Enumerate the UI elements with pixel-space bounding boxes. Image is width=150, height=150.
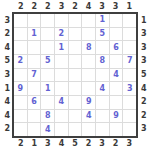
board-cell-r1c2[interactable] [28, 14, 41, 27]
left-clue-2: 2 [0, 28, 12, 42]
top-clue-1: 2 [14, 0, 28, 12]
puzzle-board: 112518625877491436498494 [12, 12, 138, 138]
top-clue-7: 3 [95, 0, 109, 12]
board-cell-r6c6[interactable] [82, 82, 95, 95]
board-cell-r2c3[interactable] [41, 28, 54, 41]
board-cell-r5c6[interactable] [82, 69, 95, 82]
board-cell-r9c9[interactable] [123, 123, 136, 136]
bottom-clue-9: 3 [122, 138, 136, 150]
right-clue-7: 2 [138, 95, 150, 109]
board-cell-r5c9[interactable] [123, 69, 136, 82]
board-cell-r4c3[interactable]: 5 [41, 55, 54, 68]
board-cell-r9c2[interactable] [28, 123, 41, 136]
corner-bottom-left [0, 138, 12, 150]
board-cell-r6c5[interactable] [69, 82, 82, 95]
top-clue-9: 1 [122, 0, 136, 12]
board-cell-r6c3[interactable]: 1 [41, 82, 54, 95]
top-clue-5: 2 [68, 0, 82, 12]
left-clue-6: 1 [0, 82, 12, 96]
board-cell-r1c7[interactable]: 1 [96, 14, 109, 27]
board-cell-r5c7[interactable] [96, 69, 109, 82]
left-clue-1: 3 [0, 14, 12, 28]
board-cell-r4c6[interactable] [82, 55, 95, 68]
board-cell-r8c3[interactable]: 8 [41, 110, 54, 123]
board-cell-r1c3[interactable] [41, 14, 54, 27]
board-cell-r9c5[interactable] [69, 123, 82, 136]
board-cell-r3c5[interactable] [69, 41, 82, 54]
board-cell-r8c9[interactable] [123, 110, 136, 123]
board-cell-r9c6[interactable] [82, 123, 95, 136]
right-clue-9: 3 [138, 122, 150, 136]
board-cell-r4c2[interactable] [28, 55, 41, 68]
bottom-clue-5: 5 [68, 138, 82, 150]
top-clue-4: 3 [55, 0, 69, 12]
board-cell-r6c1[interactable]: 9 [14, 82, 27, 95]
right-clue-8: 2 [138, 109, 150, 123]
board-cell-r2c2[interactable]: 1 [28, 28, 41, 41]
left-clue-4: 5 [0, 55, 12, 69]
right-clue-3: 3 [138, 41, 150, 55]
right-clues: 133354223 [138, 12, 150, 138]
left-clue-3: 4 [0, 41, 12, 55]
board-cell-r9c3[interactable]: 4 [41, 123, 54, 136]
board-cell-r9c4[interactable] [55, 123, 68, 136]
board-cell-r7c9[interactable] [123, 96, 136, 109]
board-cell-r8c7[interactable] [96, 110, 109, 123]
board-cell-r4c4[interactable] [55, 55, 68, 68]
board-cell-r4c5[interactable] [69, 55, 82, 68]
board-cell-r2c9[interactable] [123, 28, 136, 41]
board-cell-r5c8[interactable]: 4 [110, 69, 123, 82]
board-cell-r5c4[interactable] [55, 69, 68, 82]
bottom-clue-6: 2 [82, 138, 96, 150]
board-cell-r8c1[interactable] [14, 110, 27, 123]
board-cell-r6c4[interactable] [55, 82, 68, 95]
board-cell-r7c5[interactable] [69, 96, 82, 109]
board-cell-r7c8[interactable] [110, 96, 123, 109]
board-cell-r6c7[interactable]: 4 [96, 82, 109, 95]
board-cell-r3c1[interactable] [14, 41, 27, 54]
left-clue-9: 2 [0, 122, 12, 136]
board-cell-r3c2[interactable] [28, 41, 41, 54]
board-cell-r2c5[interactable] [69, 28, 82, 41]
board-cell-r7c6[interactable]: 9 [82, 96, 95, 109]
board-cell-r7c1[interactable] [14, 96, 27, 109]
board-cell-r6c9[interactable]: 3 [123, 82, 136, 95]
board-cell-r2c6[interactable] [82, 28, 95, 41]
board-cell-r6c8[interactable] [110, 82, 123, 95]
top-clue-6: 4 [82, 0, 96, 12]
board-cell-r9c7[interactable] [96, 123, 109, 136]
right-clue-5: 5 [138, 68, 150, 82]
right-clue-2: 3 [138, 28, 150, 42]
board-cell-r7c3[interactable] [41, 96, 54, 109]
board-cell-r6c2[interactable] [28, 82, 41, 95]
left-clue-7: 4 [0, 95, 12, 109]
board-cell-r3c8[interactable]: 6 [110, 41, 123, 54]
board-cell-r1c9[interactable] [123, 14, 136, 27]
board-cell-r4c1[interactable]: 2 [14, 55, 27, 68]
board-cell-r8c4[interactable] [55, 110, 68, 123]
board-cell-r3c4[interactable]: 1 [55, 41, 68, 54]
board-cell-r1c6[interactable] [82, 14, 95, 27]
board-cell-r2c4[interactable]: 2 [55, 28, 68, 41]
board-cell-r5c5[interactable] [69, 69, 82, 82]
board-cell-r2c1[interactable] [14, 28, 27, 41]
board-cell-r1c5[interactable] [69, 14, 82, 27]
board-cell-r3c3[interactable] [41, 41, 54, 54]
board-cell-r5c1[interactable] [14, 69, 27, 82]
board-cell-r8c5[interactable] [69, 110, 82, 123]
board-cell-r3c6[interactable]: 8 [82, 41, 95, 54]
board-cell-r7c4[interactable]: 4 [55, 96, 68, 109]
board-cell-r5c3[interactable] [41, 69, 54, 82]
bottom-clue-7: 3 [95, 138, 109, 150]
left-clues: 324531442 [0, 12, 12, 138]
corner-top-right [138, 0, 150, 12]
right-clue-6: 4 [138, 82, 150, 96]
board-cell-r4c7[interactable]: 8 [96, 55, 109, 68]
bottom-clue-1: 2 [14, 138, 28, 150]
board-cell-r8c2[interactable] [28, 110, 41, 123]
board-cell-r3c9[interactable] [123, 41, 136, 54]
top-clue-8: 3 [109, 0, 123, 12]
board-cell-r5c2[interactable]: 7 [28, 69, 41, 82]
board-cell-r3c7[interactable] [96, 41, 109, 54]
left-clue-8: 4 [0, 109, 12, 123]
corner-top-left [0, 0, 12, 12]
board-cell-r8c6[interactable]: 4 [82, 110, 95, 123]
top-clue-3: 2 [41, 0, 55, 12]
left-clue-5: 3 [0, 68, 12, 82]
bottom-clues: 213452323 [12, 138, 138, 150]
board-cell-r9c8[interactable] [110, 123, 123, 136]
board-cell-r7c2[interactable]: 6 [28, 96, 41, 109]
right-clue-4: 3 [138, 55, 150, 69]
top-clue-2: 2 [28, 0, 42, 12]
bottom-clue-2: 1 [28, 138, 42, 150]
bottom-clue-3: 3 [41, 138, 55, 150]
board-cell-r1c8[interactable] [110, 14, 123, 27]
corner-bottom-right [138, 138, 150, 150]
skyscrapers-puzzle: 222324331 324531442 11251862587749143649… [0, 0, 150, 150]
bottom-clue-4: 4 [55, 138, 69, 150]
bottom-clue-8: 2 [109, 138, 123, 150]
board-cell-r8c8[interactable]: 9 [110, 110, 123, 123]
top-clues: 222324331 [12, 0, 138, 12]
board-cell-r1c4[interactable] [55, 14, 68, 27]
board-cell-r2c8[interactable] [110, 28, 123, 41]
board-cell-r7c7[interactable] [96, 96, 109, 109]
board-cell-r4c9[interactable]: 7 [123, 55, 136, 68]
board-cell-r4c8[interactable] [110, 55, 123, 68]
board-cell-r2c7[interactable]: 5 [96, 28, 109, 41]
board-cell-r9c1[interactable] [14, 123, 27, 136]
right-clue-1: 1 [138, 14, 150, 28]
board-cell-r1c1[interactable] [14, 14, 27, 27]
